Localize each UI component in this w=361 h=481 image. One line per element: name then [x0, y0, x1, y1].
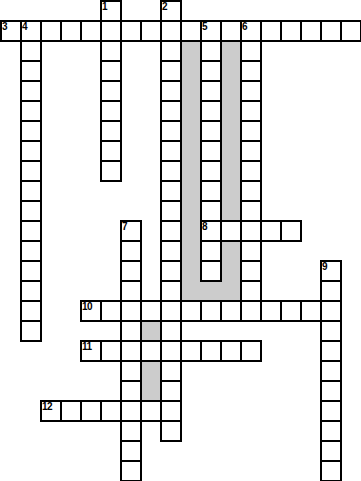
letter-cell[interactable] [20, 80, 42, 102]
shaded-cell [140, 380, 162, 402]
letter-cell[interactable] [160, 120, 182, 142]
letter-cell[interactable] [20, 180, 42, 202]
shaded-cell [140, 320, 162, 342]
letter-cell[interactable] [240, 140, 262, 162]
shaded-cell [220, 160, 242, 182]
letter-cell[interactable] [120, 320, 142, 342]
letter-cell[interactable] [160, 340, 182, 362]
letter-cell[interactable] [200, 60, 222, 82]
letter-cell[interactable] [160, 400, 182, 422]
letter-cell[interactable] [160, 360, 182, 382]
letter-cell[interactable] [320, 260, 342, 282]
letter-cell[interactable] [160, 420, 182, 442]
crossword-puzzle-page: 123456789101112 [0, 0, 361, 481]
letter-cell[interactable] [240, 80, 262, 102]
letter-cell[interactable] [160, 0, 182, 22]
shaded-cell [180, 220, 202, 242]
letter-cell[interactable] [100, 400, 122, 422]
letter-cell[interactable] [240, 60, 262, 82]
letter-cell[interactable] [240, 220, 262, 242]
letter-cell[interactable] [240, 280, 262, 302]
letter-cell[interactable] [140, 300, 162, 322]
letter-cell[interactable] [140, 340, 162, 362]
shaded-cell [180, 120, 202, 142]
letter-cell[interactable] [160, 100, 182, 122]
letter-cell[interactable] [320, 340, 342, 362]
letter-cell[interactable] [160, 260, 182, 282]
letter-cell[interactable] [180, 340, 202, 362]
letter-cell[interactable] [120, 380, 142, 402]
letter-cell[interactable] [260, 20, 282, 42]
letter-cell[interactable] [40, 20, 62, 42]
shaded-cell [180, 160, 202, 182]
letter-cell[interactable] [60, 20, 82, 42]
letter-cell[interactable] [320, 440, 342, 462]
letter-cell[interactable] [240, 340, 262, 362]
letter-cell[interactable] [260, 300, 282, 322]
letter-cell[interactable] [80, 400, 102, 422]
shaded-cell [220, 240, 242, 262]
shaded-cell [180, 100, 202, 122]
letter-cell[interactable] [320, 360, 342, 382]
letter-cell[interactable] [20, 100, 42, 122]
shaded-cell [180, 60, 202, 82]
letter-cell[interactable] [120, 340, 142, 362]
letter-cell[interactable] [320, 460, 342, 481]
letter-cell[interactable] [240, 20, 262, 42]
shaded-cell [220, 280, 242, 302]
letter-cell[interactable] [80, 20, 102, 42]
letter-cell[interactable] [300, 20, 322, 42]
letter-cell[interactable] [120, 460, 142, 481]
letter-cell[interactable] [160, 160, 182, 182]
letter-cell[interactable] [100, 40, 122, 62]
letter-cell[interactable] [100, 100, 122, 122]
shaded-cell [220, 260, 242, 282]
shaded-cell [180, 180, 202, 202]
shaded-cell [220, 120, 242, 142]
letter-cell[interactable] [20, 260, 42, 282]
shaded-cell [180, 240, 202, 262]
letter-cell[interactable] [80, 340, 102, 362]
shaded-cell [220, 200, 242, 222]
letter-cell[interactable] [120, 400, 142, 422]
shaded-cell [180, 40, 202, 62]
shaded-cell [220, 100, 242, 122]
letter-cell[interactable] [100, 300, 122, 322]
letter-cell[interactable] [200, 140, 222, 162]
letter-cell[interactable] [300, 300, 322, 322]
letter-cell[interactable] [120, 420, 142, 442]
letter-cell[interactable] [320, 400, 342, 422]
letter-cell[interactable] [100, 20, 122, 42]
letter-cell[interactable] [220, 340, 242, 362]
letter-cell[interactable] [120, 280, 142, 302]
shaded-cell [180, 140, 202, 162]
letter-cell[interactable] [20, 160, 42, 182]
letter-cell[interactable] [240, 120, 262, 142]
letter-cell[interactable] [20, 320, 42, 342]
letter-cell[interactable] [160, 140, 182, 162]
letter-cell[interactable] [240, 40, 262, 62]
letter-cell[interactable] [320, 320, 342, 342]
letter-cell[interactable] [260, 220, 282, 242]
letter-cell[interactable] [20, 220, 42, 242]
letter-cell[interactable] [160, 320, 182, 342]
shaded-cell [200, 280, 222, 302]
letter-cell[interactable] [20, 140, 42, 162]
shaded-cell [220, 140, 242, 162]
letter-cell[interactable] [140, 400, 162, 422]
letter-cell[interactable] [100, 140, 122, 162]
letter-cell[interactable] [240, 240, 262, 262]
letter-cell[interactable] [140, 20, 162, 42]
letter-cell[interactable] [160, 380, 182, 402]
letter-cell[interactable] [20, 240, 42, 262]
letter-cell[interactable] [160, 180, 182, 202]
letter-cell[interactable] [200, 40, 222, 62]
letter-cell[interactable] [200, 120, 222, 142]
letter-cell[interactable] [200, 20, 222, 42]
letter-cell[interactable] [100, 0, 122, 22]
letter-cell[interactable] [0, 20, 22, 42]
letter-cell[interactable] [280, 220, 302, 242]
letter-cell[interactable] [200, 80, 222, 102]
letter-cell[interactable] [200, 260, 222, 282]
letter-cell[interactable] [120, 20, 142, 42]
letter-cell[interactable] [340, 20, 361, 42]
letter-cell[interactable] [20, 120, 42, 142]
letter-cell[interactable] [100, 340, 122, 362]
letter-cell[interactable] [20, 300, 42, 322]
shaded-cell [220, 80, 242, 102]
letter-cell[interactable] [200, 300, 222, 322]
letter-cell[interactable] [200, 340, 222, 362]
letter-cell[interactable] [160, 80, 182, 102]
letter-cell[interactable] [200, 220, 222, 242]
letter-cell[interactable] [160, 240, 182, 262]
letter-cell[interactable] [160, 20, 182, 42]
letter-cell[interactable] [280, 20, 302, 42]
letter-cell[interactable] [100, 160, 122, 182]
shaded-cell [180, 80, 202, 102]
letter-cell[interactable] [200, 180, 222, 202]
shaded-cell [180, 200, 202, 222]
letter-cell[interactable] [160, 40, 182, 62]
letter-cell[interactable] [320, 20, 342, 42]
letter-cell[interactable] [40, 400, 62, 422]
shaded-cell [180, 260, 202, 282]
shaded-cell [220, 40, 242, 62]
letter-cell[interactable] [320, 300, 342, 322]
letter-cell[interactable] [320, 380, 342, 402]
crossword-board: 123456789101112 [0, 0, 361, 481]
letter-cell[interactable] [180, 300, 202, 322]
letter-cell[interactable] [240, 260, 262, 282]
letter-cell[interactable] [160, 220, 182, 242]
letter-cell[interactable] [320, 280, 342, 302]
shaded-cell [220, 180, 242, 202]
letter-cell[interactable] [200, 100, 222, 122]
letter-cell[interactable] [280, 300, 302, 322]
letter-cell[interactable] [160, 280, 182, 302]
letter-cell[interactable] [240, 100, 262, 122]
letter-cell[interactable] [20, 40, 42, 62]
letter-cell[interactable] [160, 200, 182, 222]
letter-cell[interactable] [160, 60, 182, 82]
shaded-cell [180, 280, 202, 302]
letter-cell[interactable] [80, 300, 102, 322]
letter-cell[interactable] [240, 200, 262, 222]
letter-cell[interactable] [60, 400, 82, 422]
letter-cell[interactable] [20, 20, 42, 42]
letter-cell[interactable] [120, 360, 142, 382]
letter-cell[interactable] [100, 60, 122, 82]
letter-cell[interactable] [120, 220, 142, 242]
letter-cell[interactable] [200, 240, 222, 262]
letter-cell[interactable] [200, 160, 222, 182]
letter-cell[interactable] [220, 220, 242, 242]
letter-cell[interactable] [20, 200, 42, 222]
letter-cell[interactable] [20, 60, 42, 82]
letter-cell[interactable] [240, 300, 262, 322]
letter-cell[interactable] [120, 300, 142, 322]
letter-cell[interactable] [120, 240, 142, 262]
letter-cell[interactable] [200, 200, 222, 222]
letter-cell[interactable] [120, 440, 142, 462]
letter-cell[interactable] [220, 300, 242, 322]
letter-cell[interactable] [240, 160, 262, 182]
letter-cell[interactable] [100, 80, 122, 102]
shaded-cell [220, 60, 242, 82]
letter-cell[interactable] [160, 300, 182, 322]
letter-cell[interactable] [120, 260, 142, 282]
letter-cell[interactable] [320, 420, 342, 442]
letter-cell[interactable] [180, 20, 202, 42]
letter-cell[interactable] [20, 280, 42, 302]
letter-cell[interactable] [240, 180, 262, 202]
shaded-cell [140, 360, 162, 382]
letter-cell[interactable] [220, 20, 242, 42]
letter-cell[interactable] [100, 120, 122, 142]
